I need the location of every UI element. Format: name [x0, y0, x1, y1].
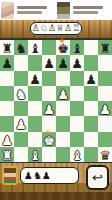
piece-white-pawn: ♟ — [57, 87, 69, 100]
square-b1[interactable] — [14, 147, 28, 162]
square-f4[interactable] — [70, 101, 84, 116]
square-g3[interactable] — [84, 116, 98, 131]
square-c8[interactable]: ♝ — [28, 40, 42, 55]
piece-white-knight: ♞ — [15, 87, 27, 100]
square-d6[interactable] — [42, 71, 56, 86]
piece-black-rook: ♜ — [1, 42, 13, 55]
piece-white-pawn: ♟ — [15, 118, 27, 131]
square-d7[interactable]: ♟ — [42, 55, 56, 70]
square-g2[interactable] — [84, 132, 98, 147]
square-d4[interactable]: ♟ — [42, 101, 56, 116]
piece-black-bishop: ♝ — [29, 42, 41, 55]
square-g8[interactable] — [84, 40, 98, 55]
ad-text-line — [17, 11, 42, 14]
square-a4[interactable] — [0, 101, 14, 116]
square-e1[interactable] — [56, 147, 70, 162]
square-a7[interactable]: ♟ — [0, 55, 14, 70]
square-e5[interactable]: ♟ — [56, 86, 70, 101]
piece-white-pawn: ♟ — [43, 103, 55, 116]
square-e7[interactable]: ♟ — [56, 55, 70, 70]
square-b7[interactable] — [14, 55, 28, 70]
captured-white-pawn: ♙ — [32, 24, 40, 33]
top-wood-bar: ♙♘♙♕♙♖ — [0, 20, 112, 38]
square-b8[interactable]: ♞ — [14, 40, 28, 55]
ad-left[interactable] — [0, 0, 56, 20]
square-g4[interactable] — [84, 101, 98, 116]
ad-text-line — [73, 11, 98, 14]
piece-white-bishop: ♝ — [71, 148, 83, 161]
square-a3[interactable] — [0, 116, 14, 131]
square-g6[interactable]: ♟ — [84, 71, 98, 86]
chess-app-screen: ♙♘♙♕♙♖ ♜♞♝♚+♝♜♟♟♟♟♟♟♞♟♟♟♟♟♚+♜♝♝♛ ♟♞♟ ↩ — [0, 0, 112, 200]
square-h1[interactable]: ♛ — [98, 147, 112, 162]
square-a6[interactable] — [0, 71, 14, 86]
piece-black-knight: ♞ — [15, 42, 27, 55]
ad-right-photo — [57, 2, 70, 19]
square-h3[interactable] — [98, 116, 112, 131]
square-f3[interactable] — [70, 116, 84, 131]
square-b3[interactable]: ♟ — [14, 116, 28, 131]
square-a1[interactable]: ♜ — [0, 147, 14, 162]
undo-button[interactable]: ↩ — [86, 165, 109, 190]
square-h8[interactable]: ♜ — [98, 40, 112, 55]
square-b4[interactable] — [14, 101, 28, 116]
captured-black-pieces-tray: ♟♞♟ — [20, 167, 79, 184]
square-h5[interactable] — [98, 86, 112, 101]
square-f8[interactable]: ♝ — [70, 40, 84, 55]
ad-text-line — [73, 6, 103, 9]
captured-white-knight: ♘ — [40, 24, 48, 33]
piece-black-rook: ♜ — [99, 42, 111, 55]
player-avatar — [2, 166, 18, 185]
square-c2[interactable] — [28, 132, 42, 147]
piece-black-bishop: ♝ — [71, 42, 83, 55]
captured-black-pawn: ♟ — [24, 171, 33, 181]
square-e8[interactable]: ♚+ — [56, 40, 70, 55]
square-d2[interactable]: ♚+ — [42, 132, 56, 147]
captured-white-pawn: ♙ — [64, 24, 72, 33]
ad-left-text-lines — [17, 6, 47, 14]
ad-text-line — [17, 6, 47, 9]
square-c5[interactable] — [28, 86, 42, 101]
square-f1[interactable]: ♝ — [70, 147, 84, 162]
captured-white-pieces-tray: ♙♘♙♕♙♖ — [30, 22, 82, 35]
square-d8[interactable] — [42, 40, 56, 55]
king-crown-marker: + — [59, 38, 65, 45]
captured-white-pawn: ♙ — [48, 24, 56, 33]
captured-black-pawn: ♟ — [42, 171, 51, 181]
square-e3[interactable] — [56, 116, 70, 131]
square-e6[interactable] — [56, 71, 70, 86]
king-crown-marker: + — [45, 130, 51, 137]
piece-black-pawn: ♟ — [57, 57, 69, 70]
captured-white-rook: ♖ — [72, 24, 80, 33]
square-c6[interactable]: ♟ — [28, 71, 42, 86]
square-h4[interactable]: ♟ — [98, 101, 112, 116]
piece-black-pawn: ♟ — [43, 57, 55, 70]
square-h6[interactable] — [98, 71, 112, 86]
ad-left-photo — [1, 2, 14, 19]
square-f7[interactable]: ♟ — [70, 55, 84, 70]
piece-black-pawn: ♟ — [71, 57, 83, 70]
bottom-wood-bar: ♟♞♟ ↩ — [0, 163, 112, 200]
square-e2[interactable] — [56, 132, 70, 147]
square-f5[interactable] — [70, 86, 84, 101]
square-d1[interactable] — [42, 147, 56, 162]
square-g5[interactable] — [84, 86, 98, 101]
piece-white-bishop: ♝ — [29, 148, 41, 161]
ad-right-text-lines — [73, 6, 103, 14]
ad-right[interactable] — [56, 0, 112, 20]
square-a2[interactable]: ♟ — [0, 132, 14, 147]
captured-white-queen: ♕ — [56, 24, 64, 33]
square-h7[interactable] — [98, 55, 112, 70]
square-a5[interactable] — [0, 86, 14, 101]
piece-white-pawn: ♟ — [1, 133, 13, 146]
square-c3[interactable] — [28, 116, 42, 131]
square-h2[interactable] — [98, 132, 112, 147]
piece-black-pawn: ♟ — [29, 72, 41, 85]
square-c7[interactable] — [28, 55, 42, 70]
piece-black-pawn: ♟ — [1, 57, 13, 70]
square-g7[interactable] — [84, 55, 98, 70]
piece-white-pawn: ♟ — [99, 103, 111, 116]
square-b6[interactable] — [14, 71, 28, 86]
ad-banner-strip — [0, 0, 112, 20]
square-a8[interactable]: ♜ — [0, 40, 14, 55]
square-g1[interactable] — [84, 147, 98, 162]
piece-black-pawn: ♟ — [85, 72, 97, 85]
square-b2[interactable] — [14, 132, 28, 147]
piece-black-queen: ♛ — [99, 148, 111, 161]
square-d5[interactable] — [42, 86, 56, 101]
square-c4[interactable] — [28, 101, 42, 116]
square-f2[interactable] — [70, 132, 84, 147]
chess-board: ♜♞♝♚+♝♜♟♟♟♟♟♟♞♟♟♟♟♟♚+♜♝♝♛ — [0, 38, 112, 163]
square-f6[interactable] — [70, 71, 84, 86]
square-c1[interactable]: ♝ — [28, 147, 42, 162]
piece-white-rook: ♜ — [1, 148, 13, 161]
square-e4[interactable] — [56, 101, 70, 116]
square-b5[interactable]: ♞ — [14, 86, 28, 101]
captured-black-knight: ♞ — [33, 171, 42, 181]
